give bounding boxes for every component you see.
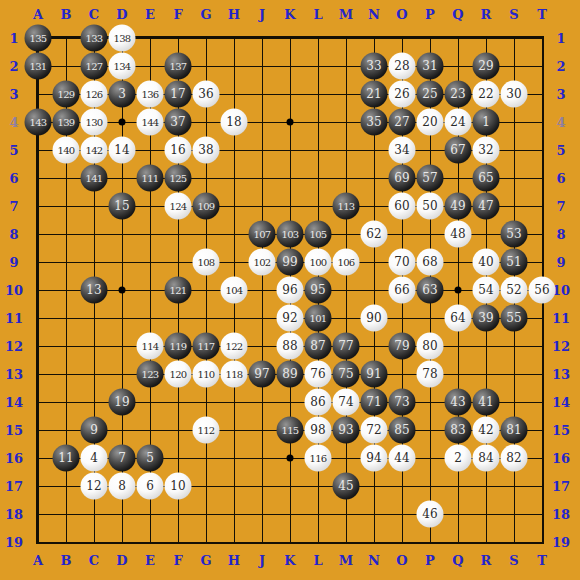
stone-E17[interactable]: 6 <box>137 473 164 500</box>
stone-D1[interactable]: 138 <box>109 25 136 52</box>
stone-O2[interactable]: 28 <box>389 53 416 80</box>
row-label-left-15: 15 <box>5 424 23 437</box>
stone-Q14[interactable]: 43 <box>445 389 472 416</box>
stone-C3[interactable]: 126 <box>81 81 108 108</box>
row-label-left-12: 12 <box>5 340 23 353</box>
stone-C5[interactable]: 142 <box>81 137 108 164</box>
row-label-left-11: 11 <box>5 312 23 325</box>
stone-N2[interactable]: 33 <box>361 53 388 80</box>
stone-K12[interactable]: 88 <box>277 333 304 360</box>
stone-N4[interactable]: 35 <box>361 109 388 136</box>
stone-P9[interactable]: 68 <box>417 249 444 276</box>
stone-O12[interactable]: 79 <box>389 333 416 360</box>
stone-O4[interactable]: 27 <box>389 109 416 136</box>
row-label-right-19: 19 <box>552 536 570 549</box>
stone-K10[interactable]: 96 <box>277 277 304 304</box>
stone-B3[interactable]: 129 <box>53 81 80 108</box>
row-label-left-2: 2 <box>9 60 18 73</box>
row-label-right-9: 9 <box>556 256 565 269</box>
column-label-bottom-P: P <box>425 554 435 567</box>
go-board[interactable]: AABBCCDDEEFFGGHHJJKKLLMMNNOOPPQQRRSSTT11… <box>0 0 580 580</box>
column-label-top-D: D <box>116 8 127 21</box>
star-point <box>119 119 126 126</box>
stone-S16[interactable]: 82 <box>501 445 528 472</box>
stone-F17[interactable]: 10 <box>165 473 192 500</box>
stone-E6[interactable]: 111 <box>137 165 164 192</box>
stone-Q7[interactable]: 49 <box>445 193 472 220</box>
stone-O14[interactable]: 73 <box>389 389 416 416</box>
stone-C2[interactable]: 127 <box>81 53 108 80</box>
stone-C15[interactable]: 9 <box>81 417 108 444</box>
stone-P10[interactable]: 63 <box>417 277 444 304</box>
stone-L11[interactable]: 101 <box>305 305 332 332</box>
stone-J13[interactable]: 97 <box>249 361 276 388</box>
column-label-bottom-A: A <box>33 554 43 567</box>
column-label-bottom-B: B <box>61 554 72 567</box>
stone-A2[interactable]: 131 <box>25 53 52 80</box>
stone-K9[interactable]: 99 <box>277 249 304 276</box>
stone-S10[interactable]: 52 <box>501 277 528 304</box>
stone-M13[interactable]: 75 <box>333 361 360 388</box>
stone-M9[interactable]: 106 <box>333 249 360 276</box>
stone-R2[interactable]: 29 <box>473 53 500 80</box>
stone-P6[interactable]: 57 <box>417 165 444 192</box>
stone-B4[interactable]: 139 <box>53 109 80 136</box>
stone-B5[interactable]: 140 <box>53 137 80 164</box>
stone-G12[interactable]: 117 <box>193 333 220 360</box>
stone-O7[interactable]: 60 <box>389 193 416 220</box>
row-label-left-16: 16 <box>5 452 23 465</box>
stone-O3[interactable]: 26 <box>389 81 416 108</box>
stone-F13[interactable]: 120 <box>165 361 192 388</box>
column-label-top-G: G <box>200 8 211 21</box>
row-label-left-1: 1 <box>9 32 18 45</box>
stone-Q5[interactable]: 67 <box>445 137 472 164</box>
column-label-top-R: R <box>481 8 492 21</box>
stone-F5[interactable]: 16 <box>165 137 192 164</box>
row-label-right-13: 13 <box>552 368 570 381</box>
row-label-right-16: 16 <box>552 452 570 465</box>
stone-G15[interactable]: 112 <box>193 417 220 444</box>
stone-N11[interactable]: 90 <box>361 305 388 332</box>
row-label-right-2: 2 <box>556 60 565 73</box>
stone-N3[interactable]: 21 <box>361 81 388 108</box>
stone-K11[interactable]: 92 <box>277 305 304 332</box>
stone-R7[interactable]: 47 <box>473 193 500 220</box>
stone-R3[interactable]: 22 <box>473 81 500 108</box>
row-label-right-17: 17 <box>552 480 570 493</box>
row-label-left-19: 19 <box>5 536 23 549</box>
stone-O16[interactable]: 44 <box>389 445 416 472</box>
column-label-bottom-Q: Q <box>452 554 463 567</box>
stone-S15[interactable]: 81 <box>501 417 528 444</box>
stone-P12[interactable]: 80 <box>417 333 444 360</box>
stone-A4[interactable]: 143 <box>25 109 52 136</box>
stone-R9[interactable]: 40 <box>473 249 500 276</box>
row-label-right-8: 8 <box>556 228 565 241</box>
stone-M12[interactable]: 77 <box>333 333 360 360</box>
stone-G13[interactable]: 110 <box>193 361 220 388</box>
column-label-top-C: C <box>89 8 99 21</box>
stone-Q4[interactable]: 24 <box>445 109 472 136</box>
star-point <box>119 287 126 294</box>
row-label-right-3: 3 <box>556 88 565 101</box>
column-label-top-H: H <box>228 8 240 21</box>
stone-T10[interactable]: 56 <box>529 277 556 304</box>
stone-J9[interactable]: 102 <box>249 249 276 276</box>
stone-O9[interactable]: 70 <box>389 249 416 276</box>
stone-R15[interactable]: 42 <box>473 417 500 444</box>
row-label-left-18: 18 <box>5 508 23 521</box>
stone-H4[interactable]: 18 <box>221 109 248 136</box>
stone-S3[interactable]: 30 <box>501 81 528 108</box>
stone-R14[interactable]: 41 <box>473 389 500 416</box>
stone-Q8[interactable]: 48 <box>445 221 472 248</box>
stone-F10[interactable]: 121 <box>165 277 192 304</box>
column-label-bottom-M: M <box>339 554 353 567</box>
stone-F3[interactable]: 17 <box>165 81 192 108</box>
stone-E4[interactable]: 144 <box>137 109 164 136</box>
stone-R5[interactable]: 32 <box>473 137 500 164</box>
stone-S9[interactable]: 51 <box>501 249 528 276</box>
stone-E16[interactable]: 5 <box>137 445 164 472</box>
stone-R10[interactable]: 54 <box>473 277 500 304</box>
stone-R11[interactable]: 39 <box>473 305 500 332</box>
stone-O5[interactable]: 34 <box>389 137 416 164</box>
stone-D7[interactable]: 15 <box>109 193 136 220</box>
column-label-bottom-K: K <box>284 554 295 567</box>
row-label-left-6: 6 <box>9 172 18 185</box>
column-label-top-P: P <box>425 8 435 21</box>
stone-N8[interactable]: 62 <box>361 221 388 248</box>
stone-Q15[interactable]: 83 <box>445 417 472 444</box>
row-label-right-5: 5 <box>556 144 565 157</box>
stone-L14[interactable]: 86 <box>305 389 332 416</box>
column-label-bottom-H: H <box>228 554 240 567</box>
column-label-bottom-F: F <box>173 554 182 567</box>
stone-O10[interactable]: 66 <box>389 277 416 304</box>
row-label-right-4: 4 <box>556 116 565 129</box>
row-label-left-5: 5 <box>9 144 18 157</box>
column-label-top-T: T <box>537 8 547 21</box>
stone-D3[interactable]: 3 <box>109 81 136 108</box>
row-label-left-3: 3 <box>9 88 18 101</box>
star-point <box>455 287 462 294</box>
stone-B16[interactable]: 11 <box>53 445 80 472</box>
column-label-top-O: O <box>396 8 407 21</box>
stone-F6[interactable]: 125 <box>165 165 192 192</box>
row-label-left-7: 7 <box>9 200 18 213</box>
stone-F12[interactable]: 119 <box>165 333 192 360</box>
stone-F4[interactable]: 37 <box>165 109 192 136</box>
row-label-left-10: 10 <box>5 284 23 297</box>
stone-D14[interactable]: 19 <box>109 389 136 416</box>
stone-G7[interactable]: 109 <box>193 193 220 220</box>
stone-L16[interactable]: 116 <box>305 445 332 472</box>
stone-L13[interactable]: 76 <box>305 361 332 388</box>
row-label-right-1: 1 <box>556 32 565 45</box>
column-label-bottom-E: E <box>145 554 155 567</box>
stone-Q16[interactable]: 2 <box>445 445 472 472</box>
stone-M14[interactable]: 74 <box>333 389 360 416</box>
star-point <box>287 119 294 126</box>
column-label-top-M: M <box>339 8 353 21</box>
stone-A1[interactable]: 135 <box>25 25 52 52</box>
column-label-bottom-N: N <box>368 554 380 567</box>
stone-L15[interactable]: 98 <box>305 417 332 444</box>
stone-Q3[interactable]: 23 <box>445 81 472 108</box>
column-label-bottom-L: L <box>313 554 322 567</box>
stone-P13[interactable]: 78 <box>417 361 444 388</box>
column-label-top-K: K <box>284 8 295 21</box>
row-label-right-6: 6 <box>556 172 565 185</box>
column-label-bottom-S: S <box>509 554 518 567</box>
stone-E13[interactable]: 123 <box>137 361 164 388</box>
stone-R6[interactable]: 65 <box>473 165 500 192</box>
stone-D16[interactable]: 7 <box>109 445 136 472</box>
stone-N16[interactable]: 94 <box>361 445 388 472</box>
column-label-bottom-O: O <box>396 554 407 567</box>
column-label-top-E: E <box>145 8 155 21</box>
stone-C10[interactable]: 13 <box>81 277 108 304</box>
stone-K15[interactable]: 115 <box>277 417 304 444</box>
row-label-left-4: 4 <box>9 116 18 129</box>
stone-H13[interactable]: 118 <box>221 361 248 388</box>
stone-S11[interactable]: 55 <box>501 305 528 332</box>
stone-E12[interactable]: 114 <box>137 333 164 360</box>
stone-D5[interactable]: 14 <box>109 137 136 164</box>
stone-L9[interactable]: 100 <box>305 249 332 276</box>
column-label-top-L: L <box>313 8 322 21</box>
row-label-right-15: 15 <box>552 424 570 437</box>
stone-E3[interactable]: 136 <box>137 81 164 108</box>
stone-P4[interactable]: 20 <box>417 109 444 136</box>
stone-N13[interactable]: 91 <box>361 361 388 388</box>
stone-N14[interactable]: 71 <box>361 389 388 416</box>
stone-C6[interactable]: 141 <box>81 165 108 192</box>
column-label-top-N: N <box>368 8 380 21</box>
row-label-right-12: 12 <box>552 340 570 353</box>
stone-L12[interactable]: 87 <box>305 333 332 360</box>
stone-L10[interactable]: 95 <box>305 277 332 304</box>
stone-C4[interactable]: 130 <box>81 109 108 136</box>
stone-O6[interactable]: 69 <box>389 165 416 192</box>
row-label-left-8: 8 <box>9 228 18 241</box>
column-label-bottom-C: C <box>89 554 99 567</box>
stone-C17[interactable]: 12 <box>81 473 108 500</box>
stone-P3[interactable]: 25 <box>417 81 444 108</box>
row-label-left-17: 17 <box>5 480 23 493</box>
column-label-bottom-D: D <box>116 554 127 567</box>
stone-R16[interactable]: 84 <box>473 445 500 472</box>
stone-O15[interactable]: 85 <box>389 417 416 444</box>
stone-Q11[interactable]: 64 <box>445 305 472 332</box>
row-label-left-13: 13 <box>5 368 23 381</box>
column-label-top-F: F <box>173 8 182 21</box>
stone-G5[interactable]: 38 <box>193 137 220 164</box>
stone-M7[interactable]: 113 <box>333 193 360 220</box>
column-label-bottom-G: G <box>200 554 211 567</box>
column-label-top-A: A <box>33 8 43 21</box>
row-label-left-14: 14 <box>5 396 23 409</box>
stone-H12[interactable]: 122 <box>221 333 248 360</box>
column-label-top-B: B <box>61 8 72 21</box>
column-label-top-S: S <box>509 8 518 21</box>
row-label-left-9: 9 <box>9 256 18 269</box>
row-label-right-11: 11 <box>552 312 570 325</box>
stone-C16[interactable]: 4 <box>81 445 108 472</box>
stone-P2[interactable]: 31 <box>417 53 444 80</box>
column-label-bottom-R: R <box>481 554 492 567</box>
column-label-bottom-J: J <box>259 554 265 567</box>
column-label-top-Q: Q <box>452 8 463 21</box>
row-label-right-18: 18 <box>552 508 570 521</box>
stone-M17[interactable]: 45 <box>333 473 360 500</box>
stone-R4[interactable]: 1 <box>473 109 500 136</box>
stone-F2[interactable]: 137 <box>165 53 192 80</box>
stone-D2[interactable]: 134 <box>109 53 136 80</box>
column-label-bottom-T: T <box>537 554 547 567</box>
stone-F7[interactable]: 124 <box>165 193 192 220</box>
stone-L8[interactable]: 105 <box>305 221 332 248</box>
stone-P7[interactable]: 50 <box>417 193 444 220</box>
stone-M15[interactable]: 93 <box>333 417 360 444</box>
row-label-right-7: 7 <box>556 200 565 213</box>
stone-N15[interactable]: 72 <box>361 417 388 444</box>
star-point <box>287 455 294 462</box>
stone-P18[interactable]: 46 <box>417 501 444 528</box>
stone-H10[interactable]: 104 <box>221 277 248 304</box>
stone-G3[interactable]: 36 <box>193 81 220 108</box>
stone-S8[interactable]: 53 <box>501 221 528 248</box>
stone-J8[interactable]: 107 <box>249 221 276 248</box>
stone-D17[interactable]: 8 <box>109 473 136 500</box>
column-label-top-J: J <box>259 8 265 21</box>
stone-K8[interactable]: 103 <box>277 221 304 248</box>
stone-G9[interactable]: 108 <box>193 249 220 276</box>
stone-C1[interactable]: 133 <box>81 25 108 52</box>
row-label-right-14: 14 <box>552 396 570 409</box>
stone-K13[interactable]: 89 <box>277 361 304 388</box>
